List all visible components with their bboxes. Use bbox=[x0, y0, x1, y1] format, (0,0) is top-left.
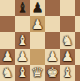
square-e4[interactable] bbox=[45, 16, 60, 32]
square-b5[interactable] bbox=[0, 0, 15, 16]
white-bishop-piece[interactable]: ♝ bbox=[61, 66, 73, 80]
square-d2[interactable] bbox=[30, 49, 45, 65]
square-f3[interactable]: ♞ bbox=[60, 32, 75, 48]
white-knight-piece[interactable]: ♞ bbox=[61, 33, 73, 47]
square-g5[interactable] bbox=[75, 0, 80, 16]
white-pawn-piece[interactable]: ♟ bbox=[61, 49, 73, 63]
square-c4[interactable] bbox=[15, 16, 30, 32]
square-d5[interactable]: ♟ bbox=[30, 0, 45, 16]
chess-board: ♝♟♟♝♞♟♟♟♟♞♝♛♚♝ bbox=[0, 0, 80, 81]
square-f5[interactable] bbox=[60, 0, 75, 16]
square-e3[interactable] bbox=[45, 32, 60, 48]
square-g2[interactable] bbox=[75, 49, 80, 65]
square-d1[interactable]: ♛ bbox=[30, 65, 45, 81]
square-g1[interactable] bbox=[75, 65, 80, 81]
square-b2[interactable]: ♟ bbox=[0, 49, 15, 65]
square-e5[interactable] bbox=[45, 0, 60, 16]
square-d4[interactable]: ♟ bbox=[30, 16, 45, 32]
square-c2[interactable]: ♟ bbox=[15, 49, 30, 65]
square-f1[interactable]: ♝ bbox=[60, 65, 75, 81]
chess-app-viewport: ♝♟♟♝♞♟♟♟♟♞♝♛♚♝ bbox=[0, 0, 80, 81]
square-c1[interactable]: ♝ bbox=[15, 65, 30, 81]
white-pawn-piece[interactable]: ♟ bbox=[1, 49, 13, 63]
white-queen-piece[interactable]: ♛ bbox=[31, 66, 43, 80]
square-b1[interactable]: ♞ bbox=[0, 65, 15, 81]
square-g4[interactable] bbox=[75, 16, 80, 32]
square-f4[interactable] bbox=[60, 16, 75, 32]
square-f2[interactable]: ♟ bbox=[60, 49, 75, 65]
square-b4[interactable] bbox=[0, 16, 15, 32]
square-e1[interactable]: ♚ bbox=[45, 65, 60, 81]
white-pawn-piece[interactable]: ♟ bbox=[16, 49, 28, 63]
square-e2[interactable]: ♟ bbox=[45, 49, 60, 65]
white-pawn-piece[interactable]: ♟ bbox=[46, 49, 58, 63]
black-bishop-piece[interactable]: ♝ bbox=[16, 1, 28, 15]
white-king-piece[interactable]: ♚ bbox=[46, 66, 58, 80]
white-bishop-piece[interactable]: ♝ bbox=[16, 66, 28, 80]
square-d3[interactable] bbox=[30, 32, 45, 48]
white-knight-piece[interactable]: ♞ bbox=[1, 66, 13, 80]
square-c3[interactable]: ♝ bbox=[15, 32, 30, 48]
white-bishop-piece[interactable]: ♝ bbox=[16, 33, 28, 47]
white-pawn-piece[interactable]: ♟ bbox=[31, 17, 43, 31]
square-b3[interactable] bbox=[0, 32, 15, 48]
square-g3[interactable] bbox=[75, 32, 80, 48]
square-c5[interactable]: ♝ bbox=[15, 0, 30, 16]
black-pawn-piece[interactable]: ♟ bbox=[31, 1, 43, 15]
